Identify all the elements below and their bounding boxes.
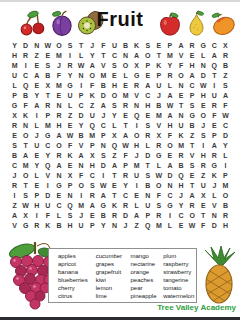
grid-cell[interactable]: A xyxy=(164,161,175,171)
grid-cell[interactable]: C xyxy=(98,121,109,131)
grid-cell[interactable]: K xyxy=(209,171,220,181)
grid-cell[interactable]: R xyxy=(142,131,153,141)
grid-cell[interactable]: C xyxy=(120,191,131,201)
grid-cell[interactable]: H xyxy=(198,91,209,101)
grid-cell[interactable]: A xyxy=(53,161,64,171)
grid-cell[interactable]: A xyxy=(209,141,220,151)
grid-cell[interactable]: R xyxy=(176,151,187,161)
grid-cell[interactable]: U xyxy=(176,121,187,131)
grid-cell[interactable]: Y xyxy=(31,161,42,171)
grid-cell[interactable]: H xyxy=(220,221,231,231)
grid-cell[interactable]: J xyxy=(176,191,187,201)
grid-cell[interactable]: F xyxy=(164,131,175,141)
grid-cell[interactable]: S xyxy=(42,61,53,71)
grid-cell[interactable]: O xyxy=(131,131,142,141)
grid-cell[interactable]: T xyxy=(42,91,53,101)
grid-cell[interactable]: I xyxy=(9,191,20,201)
grid-cell[interactable]: K xyxy=(42,221,53,231)
grid-cell[interactable]: L xyxy=(131,201,142,211)
grid-cell[interactable]: L xyxy=(164,221,175,231)
grid-cell[interactable]: G xyxy=(209,161,220,171)
grid-cell[interactable]: P xyxy=(9,91,20,101)
word-list-item[interactable]: apricot xyxy=(58,261,96,269)
grid-cell[interactable]: E xyxy=(53,91,64,101)
grid-cell[interactable]: P xyxy=(31,191,42,201)
grid-cell[interactable]: S xyxy=(65,41,76,51)
grid-cell[interactable]: V xyxy=(153,121,164,131)
grid-cell[interactable]: U xyxy=(153,81,164,91)
grid-cell[interactable]: W xyxy=(76,61,87,71)
grid-cell[interactable]: J xyxy=(198,121,209,131)
grid-cell[interactable]: T xyxy=(120,121,131,131)
grid-cell[interactable]: O xyxy=(120,61,131,71)
grid-cell[interactable]: O xyxy=(87,71,98,81)
grid-cell[interactable]: A xyxy=(164,111,175,121)
grid-cell[interactable]: L xyxy=(153,161,164,171)
grid-cell[interactable]: C xyxy=(176,211,187,221)
grid-cell[interactable]: R xyxy=(53,151,64,161)
grid-cell[interactable]: S xyxy=(109,61,120,71)
grid-cell[interactable]: B xyxy=(20,91,31,101)
grid-cell[interactable]: B xyxy=(9,151,20,161)
grid-cell[interactable]: A xyxy=(220,91,231,101)
grid-cell[interactable]: A xyxy=(87,61,98,71)
grid-cell[interactable]: S xyxy=(142,41,153,51)
grid-cell[interactable]: T xyxy=(153,51,164,61)
grid-cell[interactable]: A xyxy=(164,91,175,101)
grid-cell[interactable]: M xyxy=(76,201,87,211)
grid-cell[interactable]: Q xyxy=(87,121,98,131)
grid-cell[interactable]: P xyxy=(142,61,153,71)
grid-cell[interactable]: L xyxy=(220,151,231,161)
grid-cell[interactable]: F xyxy=(76,171,87,181)
grid-cell[interactable]: W xyxy=(153,171,164,181)
grid-cell[interactable]: S xyxy=(65,211,76,221)
grid-cell[interactable]: M xyxy=(98,71,109,81)
grid-cell[interactable]: Z xyxy=(198,171,209,181)
grid-cell[interactable]: U xyxy=(142,201,153,211)
grid-cell[interactable]: B xyxy=(98,211,109,221)
grid-cell[interactable]: M xyxy=(120,91,131,101)
grid-cell[interactable]: A xyxy=(176,41,187,51)
grid-cell[interactable]: W xyxy=(187,221,198,231)
grid-cell[interactable]: S xyxy=(20,191,31,201)
grid-cell[interactable]: N xyxy=(53,171,64,181)
grid-cell[interactable]: E xyxy=(120,111,131,121)
word-list-item[interactable]: nectarine xyxy=(130,261,163,269)
grid-cell[interactable]: A xyxy=(131,51,142,61)
grid-cell[interactable]: O xyxy=(153,181,164,191)
grid-cell[interactable]: P xyxy=(65,181,76,191)
grid-cell[interactable]: B xyxy=(76,131,87,141)
grid-cell[interactable]: Z xyxy=(87,101,98,111)
grid-cell[interactable]: P xyxy=(120,161,131,171)
word-list-item[interactable]: cucumber xyxy=(96,253,131,261)
grid-cell[interactable]: E xyxy=(153,41,164,51)
grid-cell[interactable]: A xyxy=(209,51,220,61)
grid-cell[interactable]: T xyxy=(187,141,198,151)
grid-cell[interactable]: X xyxy=(9,111,20,121)
grid-cell[interactable]: H xyxy=(87,161,98,171)
grid-cell[interactable]: Y xyxy=(220,141,231,151)
grid-cell[interactable]: P xyxy=(87,221,98,231)
grid-cell[interactable]: V xyxy=(42,171,53,181)
grid-cell[interactable]: V xyxy=(176,51,187,61)
grid-cell[interactable]: G xyxy=(187,111,198,121)
grid-cell[interactable]: F xyxy=(153,191,164,201)
grid-cell[interactable]: C xyxy=(9,161,20,171)
grid-cell[interactable]: A xyxy=(187,71,198,81)
grid-cell[interactable]: E xyxy=(198,201,209,211)
grid-cell[interactable]: X xyxy=(109,131,120,141)
word-list-item[interactable]: pear xyxy=(130,285,163,293)
grid-cell[interactable]: J xyxy=(120,221,131,231)
grid-cell[interactable]: V xyxy=(98,61,109,71)
grid-cell[interactable]: M xyxy=(87,131,98,141)
grid-cell[interactable]: Y xyxy=(42,151,53,161)
grid-cell[interactable]: X xyxy=(87,151,98,161)
grid-cell[interactable]: R xyxy=(120,171,131,181)
grid-cell[interactable]: L xyxy=(120,71,131,81)
grid-cell[interactable]: X xyxy=(220,41,231,51)
grid-cell[interactable]: I xyxy=(198,141,209,151)
grid-cell[interactable]: K xyxy=(109,201,120,211)
grid-cell[interactable]: P xyxy=(220,171,231,181)
grid-cell[interactable]: Y xyxy=(109,111,120,121)
grid-cell[interactable]: S xyxy=(87,181,98,191)
grid-cell[interactable]: J xyxy=(31,131,42,141)
grid-cell[interactable]: S xyxy=(153,201,164,211)
grid-cell[interactable]: X xyxy=(131,61,142,71)
grid-cell[interactable]: C xyxy=(53,201,64,211)
grid-cell[interactable]: F xyxy=(98,41,109,51)
grid-cell[interactable]: B xyxy=(120,41,131,51)
grid-cell[interactable]: G xyxy=(20,221,31,231)
grid-cell[interactable]: R xyxy=(42,101,53,111)
grid-cell[interactable]: I xyxy=(31,211,42,221)
grid-cell[interactable]: R xyxy=(120,201,131,211)
grid-cell[interactable]: L xyxy=(76,51,87,61)
grid-cell[interactable]: Z xyxy=(131,221,142,231)
grid-cell[interactable]: C xyxy=(109,51,120,61)
grid-cell[interactable]: M xyxy=(42,121,53,131)
grid-cell[interactable]: T xyxy=(176,101,187,111)
word-list-item[interactable]: tangerine xyxy=(163,277,196,285)
grid-cell[interactable]: D xyxy=(42,191,53,201)
grid-cell[interactable]: G xyxy=(164,201,175,211)
grid-cell[interactable]: P xyxy=(153,71,164,81)
grid-cell[interactable]: K xyxy=(65,151,76,161)
word-list-item[interactable]: pineapple xyxy=(130,293,163,301)
grid-cell[interactable]: T xyxy=(198,211,209,221)
grid-cell[interactable]: J xyxy=(98,111,109,121)
grid-cell[interactable]: W xyxy=(164,101,175,111)
grid-cell[interactable]: P xyxy=(142,211,153,221)
grid-cell[interactable]: R xyxy=(9,121,20,131)
word-list-item[interactable]: grapes xyxy=(96,261,131,269)
grid-cell[interactable]: N xyxy=(53,101,64,111)
grid-cell[interactable]: Y xyxy=(164,61,175,71)
grid-cell[interactable]: E xyxy=(131,191,142,201)
grid-cell[interactable]: Q xyxy=(176,171,187,181)
grid-cell[interactable]: T xyxy=(109,171,120,181)
grid-cell[interactable]: H xyxy=(53,121,64,131)
grid-cell[interactable]: E xyxy=(31,151,42,161)
grid-cell[interactable]: N xyxy=(20,121,31,131)
grid-cell[interactable]: N xyxy=(76,71,87,81)
grid-cell[interactable]: L xyxy=(31,121,42,131)
grid-cell[interactable]: A xyxy=(20,151,31,161)
word-list-item[interactable]: mango xyxy=(130,253,163,261)
grid-cell[interactable]: O xyxy=(53,141,64,151)
grid-cell[interactable]: S xyxy=(220,81,231,91)
grid-cell[interactable]: E xyxy=(31,61,42,71)
grid-cell[interactable]: H xyxy=(187,61,198,71)
grid-cell[interactable]: R xyxy=(120,101,131,111)
grid-cell[interactable]: Z xyxy=(65,111,76,121)
grid-cell[interactable]: E xyxy=(142,71,153,81)
grid-cell[interactable]: H xyxy=(31,201,42,211)
grid-cell[interactable]: W xyxy=(42,41,53,51)
grid-cell[interactable]: D xyxy=(20,41,31,51)
grid-cell[interactable]: N xyxy=(65,191,76,201)
grid-cell[interactable]: O xyxy=(142,51,153,61)
grid-cell[interactable]: C xyxy=(20,71,31,81)
grid-cell[interactable]: I xyxy=(98,171,109,181)
grid-cell[interactable]: T xyxy=(187,181,198,191)
word-list-item[interactable]: peaches xyxy=(130,277,163,285)
grid-cell[interactable]: K xyxy=(176,131,187,141)
grid-cell[interactable]: Q xyxy=(209,61,220,71)
grid-cell[interactable]: T xyxy=(209,71,220,81)
word-list-item[interactable]: banana xyxy=(58,269,96,277)
grid-cell[interactable]: O xyxy=(76,181,87,191)
grid-cell[interactable]: Q xyxy=(142,221,153,231)
grid-cell[interactable]: R xyxy=(109,211,120,221)
grid-cell[interactable]: Q xyxy=(65,201,76,211)
grid-cell[interactable]: U xyxy=(209,91,220,101)
grid-cell[interactable]: C xyxy=(187,81,198,91)
grid-cell[interactable]: V xyxy=(9,221,20,231)
word-list-item[interactable]: lemon xyxy=(96,285,131,293)
grid-cell[interactable]: H xyxy=(142,101,153,111)
grid-cell[interactable]: N xyxy=(176,81,187,91)
grid-cell[interactable]: B xyxy=(220,201,231,211)
grid-cell[interactable]: J xyxy=(87,41,98,51)
grid-cell[interactable]: B xyxy=(42,71,53,81)
grid-cell[interactable]: X xyxy=(20,211,31,221)
grid-cell[interactable]: Q xyxy=(109,141,120,151)
grid-cell[interactable]: A xyxy=(31,101,42,111)
grid-cell[interactable]: G xyxy=(131,71,142,81)
grid-cell[interactable]: E xyxy=(31,181,42,191)
grid-cell[interactable]: F xyxy=(198,221,209,231)
grid-cell[interactable]: Z xyxy=(31,51,42,61)
grid-cell[interactable]: R xyxy=(31,221,42,231)
grid-cell[interactable]: R xyxy=(164,71,175,81)
grid-cell[interactable]: F xyxy=(20,101,31,111)
grid-cell[interactable]: M xyxy=(164,51,175,61)
grid-cell[interactable]: I xyxy=(131,121,142,131)
grid-cell[interactable]: O xyxy=(220,191,231,201)
grid-cell[interactable]: R xyxy=(65,61,76,71)
grid-cell[interactable]: F xyxy=(53,71,64,81)
grid-cell[interactable]: Y xyxy=(176,201,187,211)
grid-cell[interactable]: H xyxy=(9,51,20,61)
grid-cell[interactable]: X xyxy=(198,191,209,201)
grid-cell[interactable]: Y xyxy=(98,221,109,231)
grid-cell[interactable]: E xyxy=(53,191,64,201)
grid-cell[interactable]: V xyxy=(76,141,87,151)
grid-cell[interactable]: E xyxy=(164,151,175,161)
grid-cell[interactable]: L xyxy=(164,81,175,91)
grid-cell[interactable]: U xyxy=(42,201,53,211)
grid-cell[interactable]: G xyxy=(153,151,164,161)
word-list-item[interactable]: watermelon xyxy=(163,293,196,301)
grid-cell[interactable]: Y xyxy=(31,91,42,101)
grid-cell[interactable]: U xyxy=(131,171,142,181)
grid-cell[interactable]: B xyxy=(53,221,64,231)
grid-cell[interactable]: J xyxy=(9,171,20,181)
grid-cell[interactable]: T xyxy=(109,191,120,201)
grid-cell[interactable]: W xyxy=(98,181,109,191)
grid-cell[interactable]: E xyxy=(142,111,153,121)
grid-cell[interactable]: Y xyxy=(9,41,20,51)
grid-cell[interactable]: A xyxy=(53,131,64,141)
grid-cell[interactable]: L xyxy=(53,211,64,221)
grid-cell[interactable]: Z xyxy=(9,201,20,211)
grid-cell[interactable]: L xyxy=(209,191,220,201)
grid-cell[interactable]: G xyxy=(65,81,76,91)
grid-cell[interactable]: U xyxy=(109,41,120,51)
grid-cell[interactable]: N xyxy=(98,141,109,151)
grid-cell[interactable]: J xyxy=(131,151,142,161)
grid-cell[interactable]: Z xyxy=(220,71,231,81)
grid-cell[interactable]: S xyxy=(9,141,20,151)
grid-cell[interactable]: G xyxy=(53,181,64,191)
grid-cell[interactable]: I xyxy=(76,81,87,91)
grid-cell[interactable]: A xyxy=(31,71,42,81)
grid-cell[interactable]: I xyxy=(76,191,87,201)
grid-cell[interactable]: Q xyxy=(42,161,53,171)
grid-cell[interactable]: H xyxy=(65,221,76,231)
grid-cell[interactable]: F xyxy=(220,101,231,111)
grid-cell[interactable]: A xyxy=(120,131,131,141)
site-credit-link[interactable]: Tree Valley Academy xyxy=(157,303,236,312)
grid-cell[interactable]: S xyxy=(198,131,209,141)
grid-cell[interactable]: M xyxy=(220,181,231,191)
grid-cell[interactable]: H xyxy=(164,121,175,131)
grid-cell[interactable]: Q xyxy=(131,111,142,121)
grid-cell[interactable]: S xyxy=(109,101,120,111)
grid-cell[interactable]: U xyxy=(87,111,98,121)
grid-cell[interactable]: C xyxy=(220,121,231,131)
grid-cell[interactable]: X xyxy=(65,171,76,181)
grid-cell[interactable]: D xyxy=(164,171,175,181)
grid-cell[interactable]: V xyxy=(187,151,198,161)
grid-cell[interactable]: E xyxy=(87,211,98,221)
grid-cell[interactable]: A xyxy=(109,161,120,171)
grid-cell[interactable]: K xyxy=(20,111,31,121)
grid-cell[interactable]: E xyxy=(187,51,198,61)
grid-cell[interactable]: D xyxy=(142,151,153,161)
grid-cell[interactable]: E xyxy=(109,71,120,81)
grid-cell[interactable]: I xyxy=(31,111,42,121)
grid-cell[interactable]: W xyxy=(120,141,131,151)
grid-cell[interactable]: M xyxy=(9,61,20,71)
grid-cell[interactable]: D xyxy=(98,161,109,171)
grid-cell[interactable]: R xyxy=(87,191,98,201)
grid-cell[interactable]: R xyxy=(20,51,31,61)
grid-cell[interactable]: B xyxy=(153,101,164,111)
grid-cell[interactable]: U xyxy=(9,71,20,81)
grid-cell[interactable]: E xyxy=(31,81,42,91)
grid-cell[interactable]: M xyxy=(53,51,64,61)
grid-cell[interactable]: N xyxy=(209,211,220,221)
grid-cell[interactable]: C xyxy=(42,141,53,151)
word-list-item[interactable]: citrus xyxy=(58,293,96,301)
grid-cell[interactable]: N xyxy=(131,101,142,111)
grid-cell[interactable]: O xyxy=(198,111,209,121)
grid-cell[interactable]: O xyxy=(164,141,175,151)
grid-cell[interactable]: N xyxy=(142,191,153,201)
grid-cell[interactable]: C xyxy=(87,171,98,181)
grid-cell[interactable]: S xyxy=(142,121,153,131)
grid-cell[interactable]: I xyxy=(131,181,142,191)
word-list-item[interactable]: raspberry xyxy=(163,261,196,269)
grid-cell[interactable]: E xyxy=(187,171,198,181)
word-list-item[interactable]: apples xyxy=(58,253,96,261)
grid-cell[interactable]: V xyxy=(131,91,142,101)
grid-cell[interactable]: T xyxy=(20,141,31,151)
grid-cell[interactable]: W xyxy=(65,131,76,141)
grid-cell[interactable]: A xyxy=(9,211,20,221)
grid-cell[interactable]: J xyxy=(53,61,64,71)
word-list-item[interactable]: lime xyxy=(96,293,131,301)
grid-cell[interactable]: O xyxy=(187,211,198,221)
grid-cell[interactable]: B xyxy=(142,181,153,191)
grid-cell[interactable]: T xyxy=(142,161,153,171)
grid-cell[interactable]: A xyxy=(98,101,109,111)
grid-cell[interactable]: A xyxy=(87,201,98,211)
grid-cell[interactable]: E xyxy=(176,91,187,101)
grid-cell[interactable]: N xyxy=(120,51,131,61)
grid-cell[interactable]: S xyxy=(98,151,109,161)
grid-cell[interactable]: D xyxy=(98,91,109,101)
grid-cell[interactable]: W xyxy=(220,111,231,121)
grid-cell[interactable]: Z xyxy=(187,131,198,141)
grid-cell[interactable]: U xyxy=(76,221,87,231)
grid-cell[interactable]: N xyxy=(31,41,42,51)
grid-cell[interactable]: N xyxy=(76,161,87,171)
grid-cell[interactable]: O xyxy=(20,171,31,181)
grid-cell[interactable]: E xyxy=(198,101,209,111)
grid-cell[interactable]: R xyxy=(153,141,164,151)
grid-cell[interactable]: R xyxy=(153,211,164,221)
grid-cell[interactable]: I xyxy=(220,161,231,171)
grid-cell[interactable]: E xyxy=(209,121,220,131)
grid-cell[interactable]: R xyxy=(9,181,20,191)
grid-cell[interactable]: F xyxy=(65,141,76,151)
grid-cell[interactable]: R xyxy=(131,81,142,91)
grid-cell[interactable]: M xyxy=(176,141,187,151)
grid-cell[interactable]: I xyxy=(65,51,76,61)
grid-cell[interactable]: G xyxy=(198,41,209,51)
grid-cell[interactable]: H xyxy=(131,141,142,151)
grid-cell[interactable]: J xyxy=(153,91,164,101)
grid-cell[interactable]: Y xyxy=(65,71,76,81)
grid-cell[interactable]: L xyxy=(65,101,76,111)
